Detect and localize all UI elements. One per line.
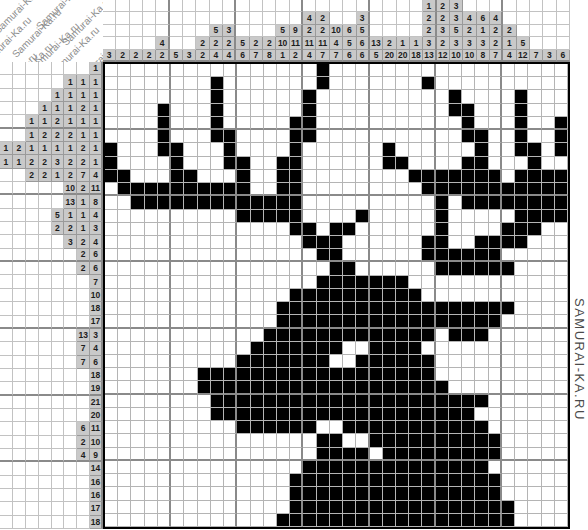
empty-cell[interactable] [436,64,449,77]
filled-cell[interactable] [317,315,330,328]
empty-cell[interactable] [489,355,502,368]
empty-cell[interactable] [237,130,250,143]
empty-cell[interactable] [489,117,502,130]
filled-cell[interactable] [290,117,303,130]
filled-cell[interactable] [290,329,303,342]
empty-cell[interactable] [224,117,237,130]
empty-cell[interactable] [277,487,290,500]
filled-cell[interactable] [211,183,224,196]
empty-cell[interactable] [502,64,515,77]
filled-cell[interactable] [383,408,396,421]
empty-cell[interactable] [502,487,515,500]
filled-cell[interactable] [356,408,369,421]
empty-cell[interactable] [330,196,343,209]
empty-cell[interactable] [131,514,144,527]
filled-cell[interactable] [383,381,396,394]
filled-cell[interactable] [343,289,356,302]
empty-cell[interactable] [105,223,118,236]
filled-cell[interactable] [303,315,316,328]
filled-cell[interactable] [396,408,409,421]
filled-cell[interactable] [343,329,356,342]
empty-cell[interactable] [118,461,131,474]
empty-cell[interactable] [317,130,330,143]
filled-cell[interactable] [422,448,435,461]
empty-cell[interactable] [489,381,502,394]
empty-cell[interactable] [105,77,118,90]
filled-cell[interactable] [436,487,449,500]
empty-cell[interactable] [105,196,118,209]
empty-cell[interactable] [251,434,264,447]
empty-cell[interactable] [105,355,118,368]
empty-cell[interactable] [224,355,237,368]
empty-cell[interactable] [211,249,224,262]
filled-cell[interactable] [184,196,197,209]
empty-cell[interactable] [277,289,290,302]
filled-cell[interactable] [475,395,488,408]
empty-cell[interactable] [356,90,369,103]
filled-cell[interactable] [396,329,409,342]
empty-cell[interactable] [330,210,343,223]
filled-cell[interactable] [422,514,435,527]
filled-cell[interactable] [489,501,502,514]
filled-cell[interactable] [303,514,316,527]
empty-cell[interactable] [370,90,383,103]
empty-cell[interactable] [145,236,158,249]
filled-cell[interactable] [158,104,171,117]
filled-cell[interactable] [422,249,435,262]
empty-cell[interactable] [475,104,488,117]
filled-cell[interactable] [475,236,488,249]
filled-cell[interactable] [383,289,396,302]
filled-cell[interactable] [449,302,462,315]
empty-cell[interactable] [343,64,356,77]
empty-cell[interactable] [462,90,475,103]
empty-cell[interactable] [277,64,290,77]
empty-cell[interactable] [198,104,211,117]
empty-cell[interactable] [528,342,541,355]
empty-cell[interactable] [171,474,184,487]
empty-cell[interactable] [105,104,118,117]
filled-cell[interactable] [171,157,184,170]
empty-cell[interactable] [555,434,568,447]
empty-cell[interactable] [224,170,237,183]
filled-cell[interactable] [290,183,303,196]
empty-cell[interactable] [356,342,369,355]
filled-cell[interactable] [502,236,515,249]
filled-cell[interactable] [131,196,144,209]
empty-cell[interactable] [251,143,264,156]
empty-cell[interactable] [184,408,197,421]
filled-cell[interactable] [303,130,316,143]
empty-cell[interactable] [118,315,131,328]
empty-cell[interactable] [224,302,237,315]
filled-cell[interactable] [105,170,118,183]
filled-cell[interactable] [370,487,383,500]
filled-cell[interactable] [237,381,250,394]
filled-cell[interactable] [462,329,475,342]
empty-cell[interactable] [502,117,515,130]
filled-cell[interactable] [290,381,303,394]
empty-cell[interactable] [542,289,555,302]
filled-cell[interactable] [343,514,356,527]
filled-cell[interactable] [277,408,290,421]
empty-cell[interactable] [409,236,422,249]
empty-cell[interactable] [171,302,184,315]
filled-cell[interactable] [303,395,316,408]
filled-cell[interactable] [330,448,343,461]
empty-cell[interactable] [515,77,528,90]
empty-cell[interactable] [502,289,515,302]
filled-cell[interactable] [224,196,237,209]
filled-cell[interactable] [502,262,515,275]
empty-cell[interactable] [184,461,197,474]
filled-cell[interactable] [330,302,343,315]
filled-cell[interactable] [422,315,435,328]
empty-cell[interactable] [118,501,131,514]
filled-cell[interactable] [264,329,277,342]
filled-cell[interactable] [422,395,435,408]
empty-cell[interactable] [198,474,211,487]
empty-cell[interactable] [422,143,435,156]
empty-cell[interactable] [356,64,369,77]
empty-cell[interactable] [475,276,488,289]
empty-cell[interactable] [528,514,541,527]
empty-cell[interactable] [198,315,211,328]
filled-cell[interactable] [198,196,211,209]
empty-cell[interactable] [211,236,224,249]
filled-cell[interactable] [502,302,515,315]
empty-cell[interactable] [184,302,197,315]
empty-cell[interactable] [303,210,316,223]
empty-cell[interactable] [264,474,277,487]
empty-cell[interactable] [131,289,144,302]
empty-cell[interactable] [198,487,211,500]
empty-cell[interactable] [475,408,488,421]
empty-cell[interactable] [224,236,237,249]
empty-cell[interactable] [515,157,528,170]
filled-cell[interactable] [251,381,264,394]
empty-cell[interactable] [131,157,144,170]
empty-cell[interactable] [131,143,144,156]
empty-cell[interactable] [264,276,277,289]
filled-cell[interactable] [317,302,330,315]
filled-cell[interactable] [462,170,475,183]
filled-cell[interactable] [383,434,396,447]
empty-cell[interactable] [436,104,449,117]
empty-cell[interactable] [251,448,264,461]
filled-cell[interactable] [489,236,502,249]
empty-cell[interactable] [158,474,171,487]
empty-cell[interactable] [237,117,250,130]
empty-cell[interactable] [198,514,211,527]
filled-cell[interactable] [131,183,144,196]
filled-cell[interactable] [356,276,369,289]
empty-cell[interactable] [489,157,502,170]
filled-cell[interactable] [396,487,409,500]
empty-cell[interactable] [251,315,264,328]
empty-cell[interactable] [422,276,435,289]
filled-cell[interactable] [436,236,449,249]
empty-cell[interactable] [422,90,435,103]
filled-cell[interactable] [251,408,264,421]
empty-cell[interactable] [237,474,250,487]
empty-cell[interactable] [184,395,197,408]
filled-cell[interactable] [449,329,462,342]
filled-cell[interactable] [317,501,330,514]
filled-cell[interactable] [251,368,264,381]
filled-cell[interactable] [462,434,475,447]
filled-cell[interactable] [343,276,356,289]
empty-cell[interactable] [542,223,555,236]
empty-cell[interactable] [343,249,356,262]
filled-cell[interactable] [409,342,422,355]
empty-cell[interactable] [515,514,528,527]
filled-cell[interactable] [303,501,316,514]
empty-cell[interactable] [502,104,515,117]
filled-cell[interactable] [436,302,449,315]
empty-cell[interactable] [489,408,502,421]
empty-cell[interactable] [449,236,462,249]
empty-cell[interactable] [542,434,555,447]
empty-cell[interactable] [237,434,250,447]
filled-cell[interactable] [383,276,396,289]
empty-cell[interactable] [264,157,277,170]
empty-cell[interactable] [131,368,144,381]
empty-cell[interactable] [184,223,197,236]
empty-cell[interactable] [105,487,118,500]
filled-cell[interactable] [515,117,528,130]
empty-cell[interactable] [290,448,303,461]
filled-cell[interactable] [356,289,369,302]
empty-cell[interactable] [303,196,316,209]
filled-cell[interactable] [224,368,237,381]
empty-cell[interactable] [489,104,502,117]
empty-cell[interactable] [330,170,343,183]
filled-cell[interactable] [277,196,290,209]
filled-cell[interactable] [237,355,250,368]
empty-cell[interactable] [184,236,197,249]
empty-cell[interactable] [542,448,555,461]
empty-cell[interactable] [105,501,118,514]
empty-cell[interactable] [343,342,356,355]
filled-cell[interactable] [462,421,475,434]
filled-cell[interactable] [396,395,409,408]
filled-cell[interactable] [475,329,488,342]
empty-cell[interactable] [184,64,197,77]
empty-cell[interactable] [224,276,237,289]
empty-cell[interactable] [330,157,343,170]
empty-cell[interactable] [224,421,237,434]
empty-cell[interactable] [528,104,541,117]
empty-cell[interactable] [370,157,383,170]
filled-cell[interactable] [436,408,449,421]
filled-cell[interactable] [303,236,316,249]
empty-cell[interactable] [145,262,158,275]
empty-cell[interactable] [356,196,369,209]
filled-cell[interactable] [356,315,369,328]
empty-cell[interactable] [409,262,422,275]
empty-cell[interactable] [528,329,541,342]
filled-cell[interactable] [528,210,541,223]
empty-cell[interactable] [515,448,528,461]
filled-cell[interactable] [475,130,488,143]
empty-cell[interactable] [409,276,422,289]
empty-cell[interactable] [158,157,171,170]
filled-cell[interactable] [343,461,356,474]
empty-cell[interactable] [343,130,356,143]
filled-cell[interactable] [422,368,435,381]
empty-cell[interactable] [251,289,264,302]
filled-cell[interactable] [198,368,211,381]
empty-cell[interactable] [198,130,211,143]
filled-cell[interactable] [409,395,422,408]
empty-cell[interactable] [528,501,541,514]
filled-cell[interactable] [475,487,488,500]
empty-cell[interactable] [145,104,158,117]
filled-cell[interactable] [330,395,343,408]
empty-cell[interactable] [264,262,277,275]
empty-cell[interactable] [251,276,264,289]
empty-cell[interactable] [171,461,184,474]
empty-cell[interactable] [396,236,409,249]
empty-cell[interactable] [330,183,343,196]
empty-cell[interactable] [475,90,488,103]
empty-cell[interactable] [383,90,396,103]
empty-cell[interactable] [542,395,555,408]
empty-cell[interactable] [489,461,502,474]
empty-cell[interactable] [237,448,250,461]
empty-cell[interactable] [131,276,144,289]
filled-cell[interactable] [343,302,356,315]
filled-cell[interactable] [158,117,171,130]
filled-cell[interactable] [436,461,449,474]
filled-cell[interactable] [542,196,555,209]
empty-cell[interactable] [330,421,343,434]
empty-cell[interactable] [145,329,158,342]
empty-cell[interactable] [105,64,118,77]
empty-cell[interactable] [237,276,250,289]
filled-cell[interactable] [118,183,131,196]
empty-cell[interactable] [475,64,488,77]
filled-cell[interactable] [330,474,343,487]
empty-cell[interactable] [184,289,197,302]
empty-cell[interactable] [198,262,211,275]
empty-cell[interactable] [370,210,383,223]
empty-cell[interactable] [422,104,435,117]
filled-cell[interactable] [475,143,488,156]
filled-cell[interactable] [237,183,250,196]
filled-cell[interactable] [555,117,568,130]
empty-cell[interactable] [303,276,316,289]
empty-cell[interactable] [211,355,224,368]
empty-cell[interactable] [462,368,475,381]
empty-cell[interactable] [290,77,303,90]
empty-cell[interactable] [515,501,528,514]
empty-cell[interactable] [171,501,184,514]
empty-cell[interactable] [158,421,171,434]
empty-cell[interactable] [277,223,290,236]
filled-cell[interactable] [475,262,488,275]
filled-cell[interactable] [237,368,250,381]
filled-cell[interactable] [489,183,502,196]
filled-cell[interactable] [343,501,356,514]
filled-cell[interactable] [211,90,224,103]
empty-cell[interactable] [489,395,502,408]
filled-cell[interactable] [555,210,568,223]
empty-cell[interactable] [237,315,250,328]
empty-cell[interactable] [502,342,515,355]
empty-cell[interactable] [184,249,197,262]
empty-cell[interactable] [555,236,568,249]
filled-cell[interactable] [383,461,396,474]
empty-cell[interactable] [131,381,144,394]
filled-cell[interactable] [449,487,462,500]
empty-cell[interactable] [449,77,462,90]
empty-cell[interactable] [303,77,316,90]
empty-cell[interactable] [184,421,197,434]
empty-cell[interactable] [158,90,171,103]
empty-cell[interactable] [409,249,422,262]
filled-cell[interactable] [396,434,409,447]
empty-cell[interactable] [198,448,211,461]
empty-cell[interactable] [528,381,541,394]
filled-cell[interactable] [211,130,224,143]
filled-cell[interactable] [277,342,290,355]
empty-cell[interactable] [317,196,330,209]
filled-cell[interactable] [422,474,435,487]
empty-cell[interactable] [198,157,211,170]
filled-cell[interactable] [356,474,369,487]
filled-cell[interactable] [475,302,488,315]
filled-cell[interactable] [277,421,290,434]
empty-cell[interactable] [383,117,396,130]
filled-cell[interactable] [489,196,502,209]
empty-cell[interactable] [317,223,330,236]
filled-cell[interactable] [264,210,277,223]
empty-cell[interactable] [502,77,515,90]
filled-cell[interactable] [409,487,422,500]
empty-cell[interactable] [542,117,555,130]
empty-cell[interactable] [528,77,541,90]
empty-cell[interactable] [211,329,224,342]
empty-cell[interactable] [515,249,528,262]
empty-cell[interactable] [542,157,555,170]
empty-cell[interactable] [158,448,171,461]
empty-cell[interactable] [436,143,449,156]
empty-cell[interactable] [184,276,197,289]
filled-cell[interactable] [436,249,449,262]
empty-cell[interactable] [224,342,237,355]
filled-cell[interactable] [489,434,502,447]
empty-cell[interactable] [515,342,528,355]
empty-cell[interactable] [555,276,568,289]
filled-cell[interactable] [237,395,250,408]
empty-cell[interactable] [555,342,568,355]
empty-cell[interactable] [528,302,541,315]
empty-cell[interactable] [131,130,144,143]
empty-cell[interactable] [475,342,488,355]
empty-cell[interactable] [542,421,555,434]
empty-cell[interactable] [396,210,409,223]
filled-cell[interactable] [396,276,409,289]
empty-cell[interactable] [343,210,356,223]
empty-cell[interactable] [237,329,250,342]
empty-cell[interactable] [118,302,131,315]
filled-cell[interactable] [422,461,435,474]
empty-cell[interactable] [251,157,264,170]
empty-cell[interactable] [171,104,184,117]
filled-cell[interactable] [251,395,264,408]
